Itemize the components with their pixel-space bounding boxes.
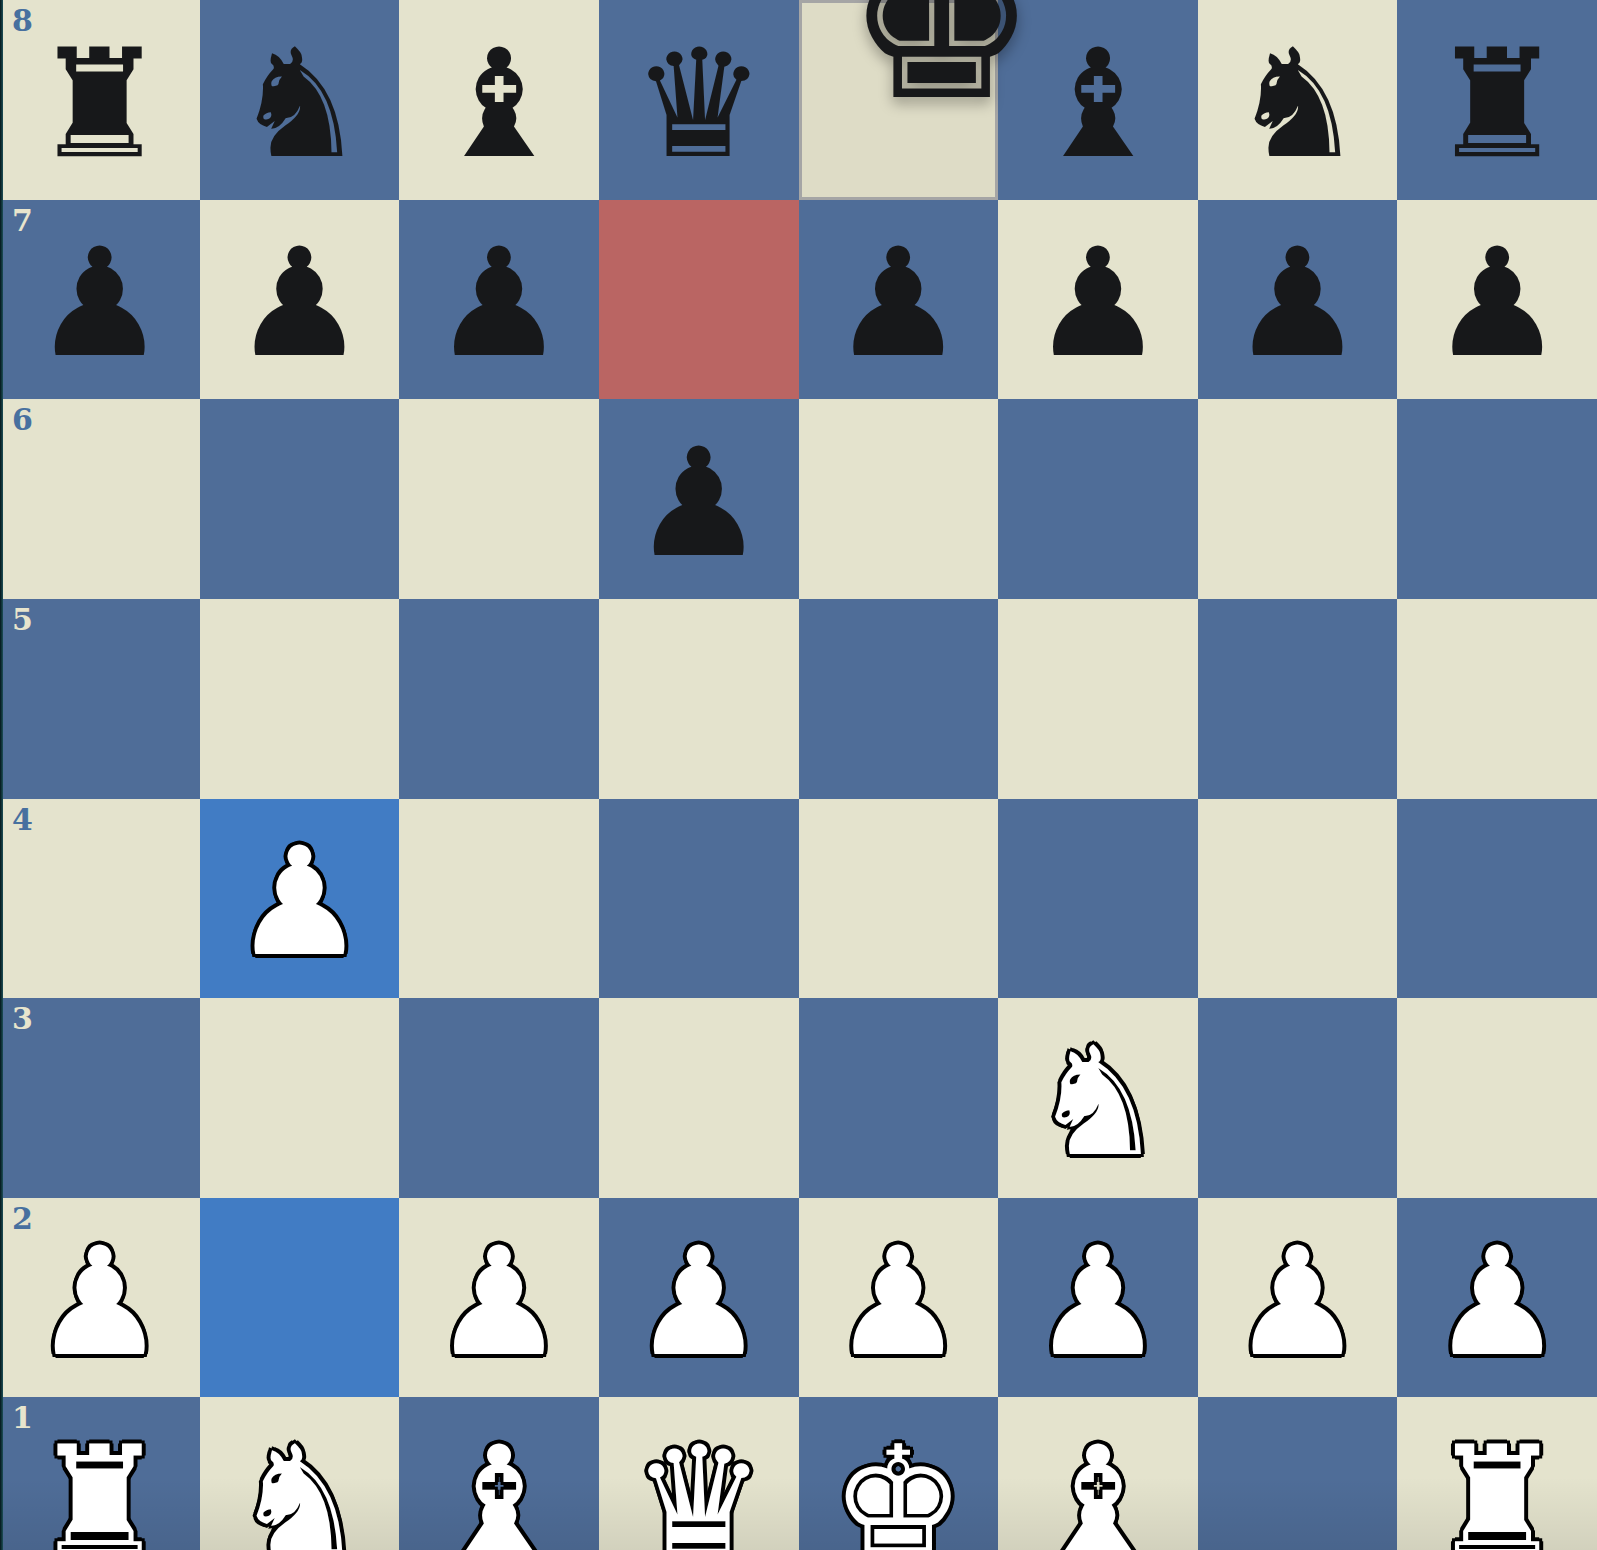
piece-white-queen[interactable]: ♛ (631, 1426, 765, 1550)
piece-black-pawn[interactable]: ♟ (33, 228, 167, 378)
square-b4[interactable]: ♟ (200, 799, 400, 999)
square-h5[interactable] (1397, 599, 1597, 799)
piece-white-pawn[interactable]: ♟ (432, 1227, 566, 1377)
piece-black-pawn[interactable]: ♟ (1430, 228, 1564, 378)
square-c1[interactable]: ♝ (399, 1397, 599, 1550)
square-c8[interactable]: ♝ (399, 0, 599, 200)
square-a5[interactable]: 5 (0, 599, 200, 799)
square-e4[interactable] (799, 799, 999, 999)
piece-white-pawn[interactable]: ♟ (1430, 1227, 1564, 1377)
square-c3[interactable] (399, 998, 599, 1198)
piece-black-knight[interactable]: ♞ (1230, 29, 1364, 179)
piece-black-knight[interactable]: ♞ (232, 29, 366, 179)
square-g2[interactable]: ♟ (1198, 1198, 1398, 1398)
square-d8[interactable]: ♛ (599, 0, 799, 200)
square-g6[interactable] (1198, 399, 1398, 599)
square-c6[interactable] (399, 399, 599, 599)
square-b5[interactable] (200, 599, 400, 799)
square-b2[interactable] (200, 1198, 400, 1398)
piece-black-pawn[interactable]: ♟ (232, 228, 366, 378)
square-h2[interactable]: ♟ (1397, 1198, 1597, 1398)
rank-label-2: 2 (12, 1204, 33, 1234)
square-h6[interactable] (1397, 399, 1597, 599)
piece-black-pawn[interactable]: ♟ (432, 228, 566, 378)
rank-label-8: 8 (12, 6, 33, 36)
square-c4[interactable] (399, 799, 599, 999)
square-e7[interactable]: ♟ (799, 200, 999, 400)
square-c2[interactable]: ♟ (399, 1198, 599, 1398)
square-f7[interactable]: ♟ (998, 200, 1198, 400)
square-g7[interactable]: ♟ (1198, 200, 1398, 400)
square-a3[interactable]: 3 (0, 998, 200, 1198)
piece-white-knight[interactable]: ♞ (232, 1426, 366, 1550)
piece-black-pawn[interactable]: ♟ (1031, 228, 1165, 378)
square-b7[interactable]: ♟ (200, 200, 400, 400)
piece-white-pawn[interactable]: ♟ (831, 1227, 965, 1377)
square-a8[interactable]: 8♜ (0, 0, 200, 200)
square-g3[interactable] (1198, 998, 1398, 1198)
piece-white-pawn[interactable]: ♟ (232, 827, 366, 977)
piece-black-rook[interactable]: ♜ (1430, 29, 1564, 179)
rank-label-4: 4 (12, 805, 33, 835)
square-h7[interactable]: ♟ (1397, 200, 1597, 400)
screen-left-edge (0, 0, 3, 1550)
piece-black-rook[interactable]: ♜ (33, 29, 167, 179)
rank-label-1: 1 (12, 1403, 33, 1433)
piece-white-pawn[interactable]: ♟ (33, 1227, 167, 1377)
square-h4[interactable] (1397, 799, 1597, 999)
piece-black-bishop[interactable]: ♝ (1031, 29, 1165, 179)
square-h1[interactable]: ♜ (1397, 1397, 1597, 1550)
piece-white-rook[interactable]: ♜ (1430, 1426, 1564, 1550)
square-b1[interactable]: ♞ (200, 1397, 400, 1550)
piece-white-pawn[interactable]: ♟ (1031, 1227, 1165, 1377)
piece-black-pawn[interactable]: ♟ (1230, 228, 1364, 378)
rank-label-3: 3 (12, 1004, 33, 1034)
piece-black-queen[interactable]: ♛ (631, 29, 765, 179)
square-f6[interactable] (998, 399, 1198, 599)
piece-black-pawn[interactable]: ♟ (631, 428, 765, 578)
rank-label-6: 6 (12, 405, 33, 435)
square-d6[interactable]: ♟ (599, 399, 799, 599)
square-f1[interactable]: ♝ (998, 1397, 1198, 1550)
square-h3[interactable] (1397, 998, 1597, 1198)
square-a4[interactable]: 4 (0, 799, 200, 999)
square-c7[interactable]: ♟ (399, 200, 599, 400)
square-d5[interactable] (599, 599, 799, 799)
square-f4[interactable] (998, 799, 1198, 999)
square-c5[interactable] (399, 599, 599, 799)
chess-board: ♚ 8♜♞♝♛♝♞♜7♟♟♟♟♟♟♟6♟54♟3♞2♟♟♟♟♟♟♟1♜♞♝♛♚♝… (0, 0, 1597, 1550)
piece-white-pawn[interactable]: ♟ (1230, 1227, 1364, 1377)
piece-white-rook[interactable]: ♜ (33, 1426, 167, 1550)
square-e6[interactable] (799, 399, 999, 599)
square-a2[interactable]: 2♟ (0, 1198, 200, 1398)
square-a1[interactable]: 1♜ (0, 1397, 200, 1550)
rank-label-5: 5 (12, 605, 33, 635)
square-d2[interactable]: ♟ (599, 1198, 799, 1398)
piece-white-bishop[interactable]: ♝ (1031, 1426, 1165, 1550)
piece-black-bishop[interactable]: ♝ (432, 29, 566, 179)
square-e5[interactable] (799, 599, 999, 799)
piece-white-bishop[interactable]: ♝ (432, 1426, 566, 1550)
square-g5[interactable] (1198, 599, 1398, 799)
square-e1[interactable]: ♚ (799, 1397, 999, 1550)
square-b3[interactable] (200, 998, 400, 1198)
square-h8[interactable]: ♜ (1397, 0, 1597, 200)
square-b8[interactable]: ♞ (200, 0, 400, 200)
rank-label-7: 7 (12, 206, 33, 236)
piece-black-pawn[interactable]: ♟ (831, 228, 965, 378)
square-d3[interactable] (599, 998, 799, 1198)
square-f3[interactable]: ♞ (998, 998, 1198, 1198)
piece-white-king[interactable]: ♚ (831, 1426, 965, 1550)
square-e3[interactable] (799, 998, 999, 1198)
square-e8[interactable] (799, 0, 999, 200)
square-d1[interactable]: ♛ (599, 1397, 799, 1550)
square-g1[interactable] (1198, 1397, 1398, 1550)
square-a6[interactable]: 6 (0, 399, 200, 599)
square-f8[interactable]: ♝ (998, 0, 1198, 200)
square-e2[interactable]: ♟ (799, 1198, 999, 1398)
square-b6[interactable] (200, 399, 400, 599)
square-d4[interactable] (599, 799, 799, 999)
square-f5[interactable] (998, 599, 1198, 799)
piece-white-pawn[interactable]: ♟ (631, 1227, 765, 1377)
square-g8[interactable]: ♞ (1198, 0, 1398, 200)
square-a7[interactable]: 7♟ (0, 200, 200, 400)
square-g4[interactable] (1198, 799, 1398, 999)
square-d7[interactable] (599, 200, 799, 400)
square-f2[interactable]: ♟ (998, 1198, 1198, 1398)
piece-white-knight[interactable]: ♞ (1031, 1027, 1165, 1177)
